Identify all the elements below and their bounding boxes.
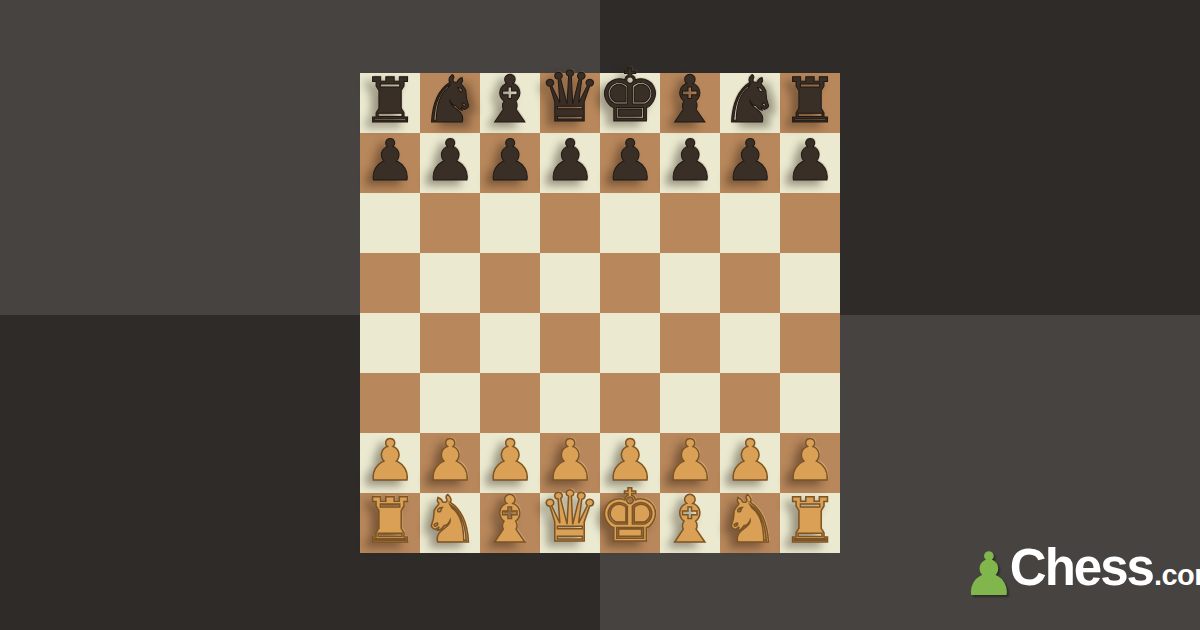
square-g3[interactable] [720, 373, 780, 433]
square-h3[interactable] [780, 373, 840, 433]
square-h4[interactable] [780, 313, 840, 373]
logo-tld-text: .com [1154, 559, 1200, 592]
square-g6[interactable] [720, 193, 780, 253]
piece-black-bishop[interactable]: ♝ [481, 67, 539, 132]
square-e1[interactable]: ♚ [600, 493, 660, 553]
square-e6[interactable] [600, 193, 660, 253]
square-c5[interactable] [480, 253, 540, 313]
square-a3[interactable] [360, 373, 420, 433]
square-b6[interactable] [420, 193, 480, 253]
piece-black-rook[interactable]: ♜ [362, 70, 418, 132]
piece-black-queen[interactable]: ♛ [539, 62, 602, 132]
square-h1[interactable]: ♜ [780, 493, 840, 553]
square-b8[interactable]: ♞ [420, 73, 480, 133]
square-f1[interactable]: ♝ [660, 493, 720, 553]
square-e4[interactable] [600, 313, 660, 373]
square-g4[interactable] [720, 313, 780, 373]
square-f4[interactable] [660, 313, 720, 373]
piece-white-bishop[interactable]: ♝ [481, 487, 539, 552]
square-a8[interactable]: ♜ [360, 73, 420, 133]
chess-board: ♜♞♝♛♚♝♞♜♟♟♟♟♟♟♟♟♟♟♟♟♟♟♟♟♜♞♝♛♚♝♞♜ [360, 73, 840, 553]
green-pawn-icon: ♟ [962, 544, 1016, 604]
piece-white-rook[interactable]: ♜ [362, 490, 418, 552]
piece-black-pawn[interactable]: ♟ [544, 132, 595, 189]
square-d5[interactable] [540, 253, 600, 313]
square-a5[interactable] [360, 253, 420, 313]
square-c1[interactable]: ♝ [480, 493, 540, 553]
piece-black-pawn[interactable]: ♟ [604, 132, 655, 189]
square-b1[interactable]: ♞ [420, 493, 480, 553]
piece-black-knight[interactable]: ♞ [721, 67, 779, 132]
piece-white-rook[interactable]: ♜ [782, 490, 838, 552]
square-h5[interactable] [780, 253, 840, 313]
square-h6[interactable] [780, 193, 840, 253]
square-e7[interactable]: ♟ [600, 133, 660, 193]
piece-white-queen[interactable]: ♛ [539, 482, 602, 552]
square-f6[interactable] [660, 193, 720, 253]
square-d4[interactable] [540, 313, 600, 373]
square-g5[interactable] [720, 253, 780, 313]
square-f3[interactable] [660, 373, 720, 433]
square-c8[interactable]: ♝ [480, 73, 540, 133]
square-e3[interactable] [600, 373, 660, 433]
square-d6[interactable] [540, 193, 600, 253]
square-b7[interactable]: ♟ [420, 133, 480, 193]
piece-white-pawn[interactable]: ♟ [784, 432, 835, 489]
square-d1[interactable]: ♛ [540, 493, 600, 553]
piece-white-pawn[interactable]: ♟ [364, 432, 415, 489]
square-b3[interactable] [420, 373, 480, 433]
square-f8[interactable]: ♝ [660, 73, 720, 133]
square-a6[interactable] [360, 193, 420, 253]
square-c7[interactable]: ♟ [480, 133, 540, 193]
piece-black-pawn[interactable]: ♟ [784, 132, 835, 189]
piece-black-pawn[interactable]: ♟ [664, 132, 715, 189]
square-d3[interactable] [540, 373, 600, 433]
square-g1[interactable]: ♞ [720, 493, 780, 553]
square-f7[interactable]: ♟ [660, 133, 720, 193]
piece-white-knight[interactable]: ♞ [421, 487, 479, 552]
piece-black-king[interactable]: ♚ [597, 59, 662, 132]
piece-white-bishop[interactable]: ♝ [661, 487, 719, 552]
square-a7[interactable]: ♟ [360, 133, 420, 193]
square-a1[interactable]: ♜ [360, 493, 420, 553]
piece-white-pawn[interactable]: ♟ [484, 432, 535, 489]
piece-black-pawn[interactable]: ♟ [484, 132, 535, 189]
logo-brand-text: Chess [1010, 538, 1153, 597]
piece-white-king[interactable]: ♚ [597, 479, 662, 552]
square-b5[interactable] [420, 253, 480, 313]
square-e8[interactable]: ♚ [600, 73, 660, 133]
square-a4[interactable] [360, 313, 420, 373]
square-h8[interactable]: ♜ [780, 73, 840, 133]
square-g7[interactable]: ♟ [720, 133, 780, 193]
piece-black-pawn[interactable]: ♟ [724, 132, 775, 189]
piece-black-pawn[interactable]: ♟ [364, 132, 415, 189]
square-g8[interactable]: ♞ [720, 73, 780, 133]
share-image: ♜♞♝♛♚♝♞♜♟♟♟♟♟♟♟♟♟♟♟♟♟♟♟♟♜♞♝♛♚♝♞♜ ♟ Chess… [0, 0, 1200, 630]
square-e5[interactable] [600, 253, 660, 313]
square-h7[interactable]: ♟ [780, 133, 840, 193]
piece-white-pawn[interactable]: ♟ [664, 432, 715, 489]
square-d8[interactable]: ♛ [540, 73, 600, 133]
piece-white-pawn[interactable]: ♟ [424, 432, 475, 489]
piece-black-pawn[interactable]: ♟ [424, 132, 475, 189]
piece-white-pawn[interactable]: ♟ [724, 432, 775, 489]
piece-black-bishop[interactable]: ♝ [661, 67, 719, 132]
square-d7[interactable]: ♟ [540, 133, 600, 193]
square-b4[interactable] [420, 313, 480, 373]
square-c3[interactable] [480, 373, 540, 433]
piece-black-rook[interactable]: ♜ [782, 70, 838, 132]
square-c6[interactable] [480, 193, 540, 253]
square-c4[interactable] [480, 313, 540, 373]
piece-white-knight[interactable]: ♞ [721, 487, 779, 552]
chesscom-logo[interactable]: ♟ Chess .com [962, 538, 1200, 598]
square-f5[interactable] [660, 253, 720, 313]
piece-black-knight[interactable]: ♞ [421, 67, 479, 132]
